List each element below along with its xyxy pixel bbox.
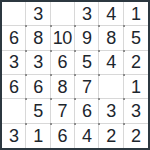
cell-r1c6[interactable]: 1 [124, 2, 148, 26]
cell-r5c5[interactable]: 3 [99, 99, 123, 123]
cell-r4c1[interactable]: 6 [2, 75, 26, 99]
puzzle-grid: 334168109853365426687157633316422 [2, 2, 148, 148]
cell-r2c4[interactable]: 9 [75, 26, 99, 50]
cell-r3c6[interactable]: 2 [124, 51, 148, 75]
cell-r6c3[interactable]: 6 [51, 124, 75, 148]
cell-r3c1[interactable]: 3 [2, 51, 26, 75]
cell-r6c5[interactable]: 2 [99, 124, 123, 148]
cell-r6c4[interactable]: 4 [75, 124, 99, 148]
cell-r4c6[interactable]: 1 [124, 75, 148, 99]
cell-r6c2[interactable]: 1 [26, 124, 50, 148]
cell-r1c1[interactable] [2, 2, 26, 26]
cell-r1c5[interactable]: 4 [99, 2, 123, 26]
cell-r1c2[interactable]: 3 [26, 2, 50, 26]
cell-r3c4[interactable]: 5 [75, 51, 99, 75]
cell-r5c4[interactable]: 6 [75, 99, 99, 123]
cell-r6c6[interactable]: 2 [124, 124, 148, 148]
cell-r5c6[interactable]: 3 [124, 99, 148, 123]
cell-r3c3[interactable]: 6 [51, 51, 75, 75]
cell-r1c4[interactable]: 3 [75, 2, 99, 26]
cell-r2c1[interactable]: 6 [2, 26, 26, 50]
cell-r3c5[interactable]: 4 [99, 51, 123, 75]
cell-r3c2[interactable]: 3 [26, 51, 50, 75]
cell-r1c3[interactable] [51, 2, 75, 26]
cell-r2c5[interactable]: 8 [99, 26, 123, 50]
cell-r4c2[interactable]: 6 [26, 75, 50, 99]
puzzle-board: 334168109853365426687157633316422 [0, 0, 150, 150]
cell-r2c6[interactable]: 5 [124, 26, 148, 50]
cell-r5c3[interactable]: 7 [51, 99, 75, 123]
cell-r5c1[interactable] [2, 99, 26, 123]
cell-r2c3[interactable]: 10 [51, 26, 75, 50]
cell-r2c2[interactable]: 8 [26, 26, 50, 50]
cell-r6c1[interactable]: 3 [2, 124, 26, 148]
cell-r4c3[interactable]: 8 [51, 75, 75, 99]
cell-r4c4[interactable]: 7 [75, 75, 99, 99]
cell-r4c5[interactable] [99, 75, 123, 99]
cell-r5c2[interactable]: 5 [26, 99, 50, 123]
